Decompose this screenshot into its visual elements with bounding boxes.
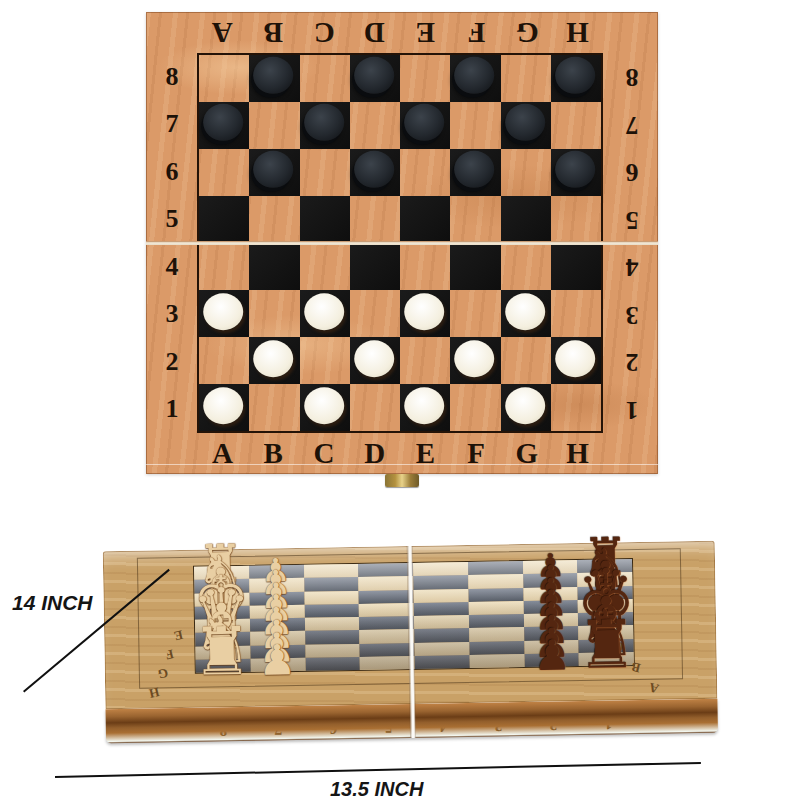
persp-square xyxy=(523,613,578,627)
width-dimension-label: 13.5 INCH xyxy=(330,778,423,800)
square-g8 xyxy=(501,55,551,102)
square-f3 xyxy=(450,290,500,337)
persp-square xyxy=(359,616,414,630)
persp-square xyxy=(304,577,359,591)
file-label-a: A xyxy=(197,16,248,50)
rank-label-3: 3 xyxy=(152,291,192,339)
persp-square xyxy=(359,603,414,617)
persp-square xyxy=(578,599,633,613)
square-f8 xyxy=(450,55,500,102)
persp-square xyxy=(195,619,250,633)
persp-square xyxy=(414,602,469,616)
square-d7 xyxy=(350,102,400,149)
file-label-f: F xyxy=(451,16,502,50)
chess-pieces-layer: ♜♟♟♜♞♟♟♞♝♟♟♝♚♟♟♛♛♟♟♚♝♟♟♝♞♟♟♞♜♟♟♜ xyxy=(102,493,714,504)
square-d8 xyxy=(350,55,400,102)
checker-black-piece xyxy=(254,150,294,187)
persp-square xyxy=(523,600,578,614)
rank-label-2: 2 xyxy=(612,338,652,386)
rank-label-6: 6 xyxy=(152,148,192,196)
persp-square xyxy=(360,656,415,670)
persp-square xyxy=(249,591,304,605)
checkers-board-top-view: ABCDEFGH 87654321 87654321 ABCDEFGH xyxy=(146,12,658,474)
rank-label-5: 5 xyxy=(612,196,652,244)
square-a3 xyxy=(199,290,249,337)
checker-white-piece xyxy=(203,387,243,424)
square-c2 xyxy=(300,337,350,384)
persp-square xyxy=(577,572,632,586)
persp-square xyxy=(523,573,578,587)
square-a2 xyxy=(199,337,249,384)
rank-label-7: 7 xyxy=(612,101,652,149)
square-d4 xyxy=(350,243,400,290)
height-dimension-label: 14 INCH xyxy=(12,591,93,615)
checker-black-piece xyxy=(304,103,344,140)
persp-square xyxy=(249,605,304,619)
square-a7 xyxy=(199,102,249,149)
persp-square xyxy=(250,658,305,672)
checker-black-piece xyxy=(354,56,394,93)
square-g5 xyxy=(501,196,551,243)
square-e8 xyxy=(400,55,450,102)
persp-square xyxy=(360,642,415,656)
square-d1 xyxy=(350,384,400,431)
square-b7 xyxy=(249,102,299,149)
persp-square xyxy=(413,562,468,576)
square-b8 xyxy=(249,55,299,102)
square-h7 xyxy=(551,102,601,149)
square-g7 xyxy=(501,102,551,149)
square-c1 xyxy=(300,384,350,431)
persp-square xyxy=(414,628,469,642)
square-c7 xyxy=(300,102,350,149)
square-b3 xyxy=(249,290,299,337)
fold-seam xyxy=(146,241,658,245)
persp-square xyxy=(413,588,468,602)
persp-square xyxy=(414,615,469,629)
persp-square xyxy=(249,578,304,592)
board-front-edge xyxy=(146,464,658,474)
persp-square xyxy=(194,579,249,593)
persp-square xyxy=(359,629,414,643)
square-f7 xyxy=(450,102,500,149)
square-e5 xyxy=(400,196,450,243)
square-e6 xyxy=(400,149,450,196)
persp-square xyxy=(524,626,579,640)
persp-square xyxy=(250,631,305,645)
persp-square xyxy=(577,559,632,573)
persp-square xyxy=(359,589,414,603)
checker-black-piece xyxy=(455,150,495,187)
persp-square xyxy=(195,606,250,620)
square-b6 xyxy=(249,149,299,196)
square-h6 xyxy=(551,149,601,196)
square-b5 xyxy=(249,196,299,243)
square-e7 xyxy=(400,102,450,149)
square-c6 xyxy=(300,149,350,196)
persp-square xyxy=(304,564,359,578)
square-a8 xyxy=(199,55,249,102)
file-label-g: G xyxy=(502,16,553,50)
square-b4 xyxy=(249,243,299,290)
square-a6 xyxy=(199,149,249,196)
square-b1 xyxy=(249,384,299,431)
square-f6 xyxy=(450,149,500,196)
persp-square xyxy=(524,640,579,654)
file-label-h: H xyxy=(552,16,603,50)
persp-square xyxy=(524,653,579,667)
persp-square xyxy=(469,627,524,641)
square-c5 xyxy=(300,196,350,243)
square-d2 xyxy=(350,337,400,384)
square-c8 xyxy=(300,55,350,102)
square-c4 xyxy=(300,243,350,290)
checker-white-piece xyxy=(555,340,595,377)
persp-square xyxy=(358,563,413,577)
checker-white-piece xyxy=(404,293,444,330)
square-h3 xyxy=(551,290,601,337)
square-g4 xyxy=(501,243,551,290)
checker-white-piece xyxy=(254,340,294,377)
persp-square xyxy=(194,592,249,606)
persp-square xyxy=(194,566,249,580)
square-g1 xyxy=(501,384,551,431)
square-g2 xyxy=(501,337,551,384)
square-b2 xyxy=(249,337,299,384)
checker-white-piece xyxy=(304,387,344,424)
brass-clasp xyxy=(385,474,419,487)
checker-white-piece xyxy=(404,387,444,424)
checker-black-piece xyxy=(505,103,545,140)
persp-square xyxy=(413,575,468,589)
square-h2 xyxy=(551,337,601,384)
persp-square xyxy=(468,601,523,615)
checker-white-piece xyxy=(304,293,344,330)
square-f1 xyxy=(450,384,500,431)
persp-square xyxy=(579,652,634,666)
square-e3 xyxy=(400,290,450,337)
rank-label-5: 5 xyxy=(152,196,192,244)
persp-square xyxy=(195,632,250,646)
square-e1 xyxy=(400,384,450,431)
persp-square xyxy=(522,560,577,574)
square-h1 xyxy=(551,384,601,431)
square-h5 xyxy=(551,196,601,243)
rank-label-1: 1 xyxy=(612,386,652,434)
checker-white-piece xyxy=(455,340,495,377)
right-edge-letter-a: A xyxy=(647,679,660,697)
square-d5 xyxy=(350,196,400,243)
persp-square xyxy=(469,614,524,628)
persp-square xyxy=(249,565,304,579)
persp-square xyxy=(305,643,360,657)
square-h4 xyxy=(551,243,601,290)
square-f2 xyxy=(450,337,500,384)
persp-square xyxy=(250,644,305,658)
checker-black-piece xyxy=(555,56,595,93)
square-a4 xyxy=(199,243,249,290)
file-label-b: B xyxy=(248,16,299,50)
rank-label-2: 2 xyxy=(152,338,192,386)
persp-square xyxy=(358,576,413,590)
checker-black-piece xyxy=(404,103,444,140)
persp-square xyxy=(250,618,305,632)
square-a1 xyxy=(199,384,249,431)
checker-white-piece xyxy=(505,293,545,330)
checker-black-piece xyxy=(555,150,595,187)
persp-square xyxy=(414,641,469,655)
persp-square xyxy=(468,574,523,588)
checker-black-piece xyxy=(203,103,243,140)
checker-white-piece xyxy=(203,293,243,330)
chess-board-perspective-view: 87654321 HGFEABCD ♜♟♟♜♞♟♟♞♝♟♟♝♚♟♟♛♛♟♟♚♝♟… xyxy=(102,493,718,750)
square-g3 xyxy=(501,290,551,337)
checker-black-piece xyxy=(455,56,495,93)
persp-square xyxy=(468,561,523,575)
file-labels-top-rotated: ABCDEFGH xyxy=(197,16,603,50)
square-e2 xyxy=(400,337,450,384)
persp-square xyxy=(415,655,470,669)
persp-square xyxy=(304,590,359,604)
square-a5 xyxy=(199,196,249,243)
rank-label-8: 8 xyxy=(612,53,652,101)
persp-square xyxy=(469,654,524,668)
persp-square xyxy=(469,641,524,655)
square-e4 xyxy=(400,243,450,290)
rank-label-1: 1 xyxy=(152,386,192,434)
persp-square xyxy=(578,586,633,600)
square-f5 xyxy=(450,196,500,243)
rank-label-6: 6 xyxy=(612,148,652,196)
square-f4 xyxy=(450,243,500,290)
persp-square xyxy=(196,659,251,673)
square-g6 xyxy=(501,149,551,196)
rank-label-7: 7 xyxy=(152,101,192,149)
square-h8 xyxy=(551,55,601,102)
persp-square xyxy=(304,617,359,631)
square-d3 xyxy=(350,290,400,337)
rank-label-3: 3 xyxy=(612,291,652,339)
square-c3 xyxy=(300,290,350,337)
width-dimension-line xyxy=(55,762,701,778)
checker-white-piece xyxy=(505,387,545,424)
checker-black-piece xyxy=(254,56,294,93)
file-label-c: C xyxy=(299,16,350,50)
file-label-d: D xyxy=(349,16,400,50)
product-photo: ABCDEFGH 87654321 87654321 ABCDEFGH 8765… xyxy=(0,0,800,800)
file-label-e: E xyxy=(400,16,451,50)
persp-square xyxy=(195,645,250,659)
checker-white-piece xyxy=(354,340,394,377)
rank-label-4: 4 xyxy=(612,243,652,291)
square-d6 xyxy=(350,149,400,196)
persp-square xyxy=(304,604,359,618)
rank-label-4: 4 xyxy=(152,243,192,291)
rank-label-8: 8 xyxy=(152,53,192,101)
persp-square xyxy=(305,657,360,671)
persp-square xyxy=(468,588,523,602)
persp-square xyxy=(305,630,360,644)
persp-square xyxy=(523,587,578,601)
checker-black-piece xyxy=(354,150,394,187)
